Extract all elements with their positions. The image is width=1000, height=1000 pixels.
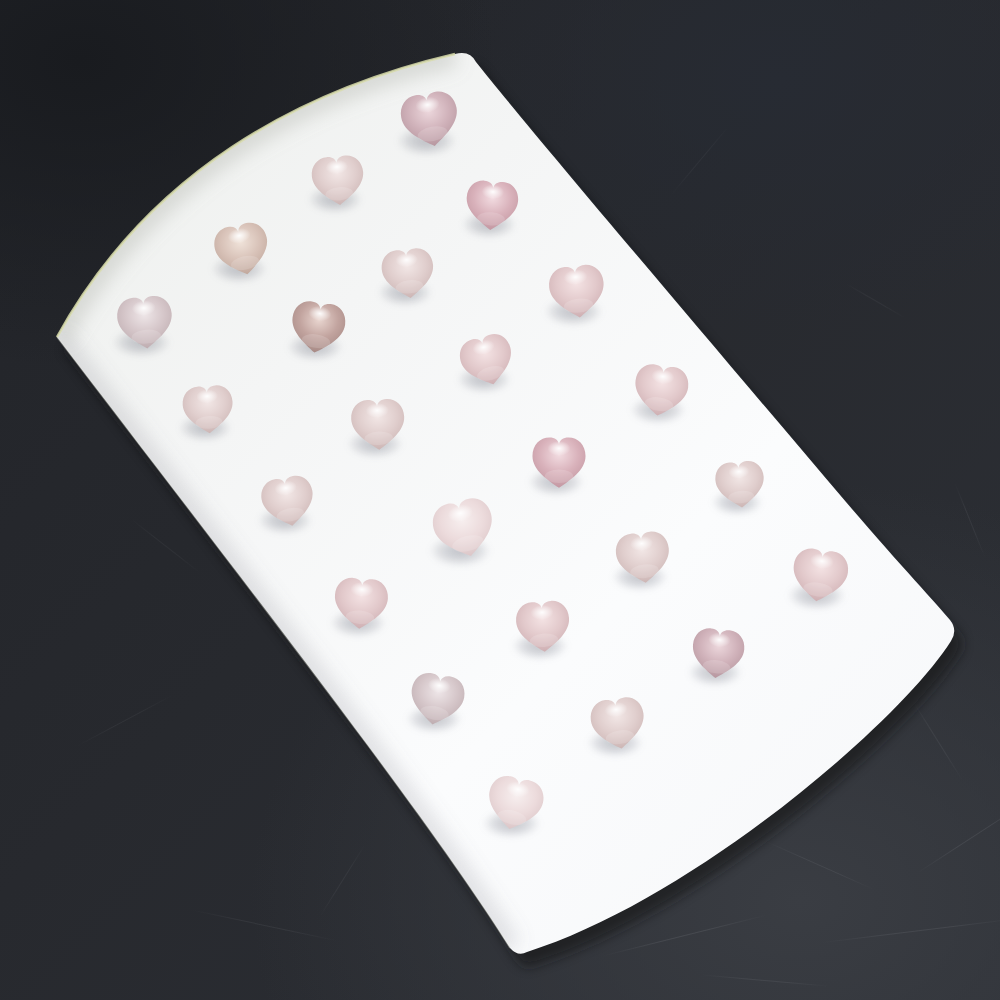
heart-stone-shape <box>398 659 477 738</box>
heart-stone <box>375 240 441 306</box>
heart-stone <box>480 768 550 838</box>
heart-stone <box>426 490 502 566</box>
heart-stone-shape <box>202 208 283 289</box>
heart-stone-shape <box>623 351 700 428</box>
heart-stone <box>509 592 577 660</box>
hearts-layer <box>0 0 1000 1000</box>
heart-stone-shape <box>580 684 657 761</box>
heart-stone <box>609 523 677 591</box>
heart-stone-shape <box>388 78 471 161</box>
heart-stone-shape <box>507 589 580 662</box>
heart-stone-shape <box>682 616 755 689</box>
heart-stone <box>255 468 321 534</box>
heart-stone <box>685 620 751 686</box>
product-photo <box>0 0 1000 1000</box>
heart-stone-shape <box>342 388 413 459</box>
heart-stone <box>394 83 466 155</box>
heart-stone <box>344 390 412 458</box>
heart-stone-shape <box>280 288 357 365</box>
heart-stone <box>208 215 276 283</box>
heart-stone <box>785 540 855 610</box>
heart-stone <box>305 147 371 213</box>
heart-stone <box>525 428 593 496</box>
heart-stone-shape <box>706 450 773 517</box>
heart-stone-shape <box>525 428 593 496</box>
heart-stone <box>403 665 471 733</box>
heart-stone <box>542 256 612 326</box>
heart-stone-shape <box>107 284 183 360</box>
heart-stone-shape <box>325 566 398 639</box>
heart-stone <box>584 689 652 757</box>
heart-stone <box>284 293 352 361</box>
heart-stone <box>709 453 771 515</box>
heart-stone-shape <box>372 236 445 309</box>
heart-stone-shape <box>174 375 242 443</box>
heart-stone-shape <box>302 144 374 216</box>
heart-stone-shape <box>250 462 326 538</box>
heart-stone <box>459 172 525 238</box>
heart-stone-shape <box>780 535 859 614</box>
heart-stone <box>110 287 180 357</box>
heart-stone <box>327 569 395 637</box>
heart-stone-shape <box>606 519 681 594</box>
heart-stone <box>176 377 240 441</box>
heart-stone-shape <box>473 761 556 844</box>
heart-stone <box>454 327 520 393</box>
heart-stone-shape <box>539 252 616 329</box>
heart-stone-shape <box>457 169 527 239</box>
heart-stone <box>627 356 695 424</box>
